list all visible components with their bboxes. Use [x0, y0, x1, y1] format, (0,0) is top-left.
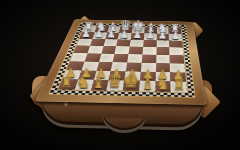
square-d8[interactable]: ♛: [119, 27, 132, 33]
square-d5[interactable]: [115, 46, 130, 54]
piece-black-pawn[interactable]: ♟: [133, 29, 142, 39]
square-f4[interactable]: [141, 54, 156, 62]
square-c8[interactable]: ♝: [107, 26, 121, 32]
square-e6[interactable]: [130, 40, 144, 47]
square-c5[interactable]: [101, 46, 116, 54]
piece-black-knight[interactable]: ♞: [96, 21, 107, 33]
piece-black-pawn[interactable]: ♟: [94, 29, 103, 39]
square-h5[interactable]: [169, 47, 183, 55]
piece-black-pawn[interactable]: ♟: [107, 29, 116, 39]
square-b7[interactable]: ♟: [92, 32, 107, 39]
square-c7[interactable]: ♟: [105, 32, 119, 39]
board-tilt: ♜♞♝♛♚♝♞♜♟♟♟♟♟♟♟♟♟♟♟♟♟♟♟♟♜♞♝♛♚♝♞♜: [0, 0, 240, 150]
square-f1[interactable]: ♝: [139, 81, 155, 92]
square-a7[interactable]: ♟: [79, 32, 94, 39]
square-f5[interactable]: [142, 47, 156, 55]
piece-black-knight[interactable]: ♞: [157, 22, 168, 34]
square-f8[interactable]: ♝: [144, 27, 157, 33]
square-a8[interactable]: ♜: [82, 26, 97, 32]
square-h7[interactable]: ♟: [169, 34, 182, 41]
piece-black-pawn[interactable]: ♟: [120, 29, 129, 39]
chess-set-photo: ♜♞♝♛♚♝♞♜♟♟♟♟♟♟♟♟♟♟♟♟♟♟♟♟♜♞♝♛♚♝♞♜: [0, 0, 240, 150]
square-e4[interactable]: [127, 54, 142, 62]
piece-white-king[interactable]: ♚: [122, 72, 139, 91]
chess-board-frame: ♜♞♝♛♚♝♞♜♟♟♟♟♟♟♟♟♟♟♟♟♟♟♟♟♜♞♝♛♚♝♞♜: [35, 19, 207, 105]
piece-black-pawn[interactable]: ♟: [81, 28, 90, 38]
piece-black-rook[interactable]: ♜: [84, 21, 94, 32]
piece-white-bishop[interactable]: ♝: [92, 75, 106, 91]
piece-black-pawn[interactable]: ♟: [158, 30, 167, 40]
square-b8[interactable]: ♞: [95, 26, 109, 32]
piece-black-rook[interactable]: ♜: [170, 23, 180, 34]
piece-white-rook[interactable]: ♜: [60, 76, 73, 90]
square-a5[interactable]: [73, 45, 89, 53]
perspective-wrap: ♜♞♝♛♚♝♞♜♟♟♟♟♟♟♟♟♟♟♟♟♟♟♟♟♜♞♝♛♚♝♞♜: [0, 0, 240, 150]
square-e5[interactable]: [128, 47, 142, 55]
square-b5[interactable]: [87, 46, 103, 54]
play-area: ♜♞♝♛♚♝♞♜♟♟♟♟♟♟♟♟♟♟♟♟♟♟♟♟♜♞♝♛♚♝♞♜: [57, 25, 188, 93]
square-a6[interactable]: [77, 38, 93, 45]
square-d7[interactable]: ♟: [118, 33, 132, 40]
square-e8[interactable]: ♚: [132, 27, 145, 33]
square-e1[interactable]: ♚: [123, 81, 140, 92]
square-e7[interactable]: ♟: [131, 33, 144, 40]
square-g1[interactable]: ♞: [155, 81, 171, 92]
square-a1[interactable]: ♜: [58, 79, 78, 90]
piece-black-bishop[interactable]: ♝: [145, 22, 156, 34]
square-d6[interactable]: [116, 39, 130, 46]
piece-black-queen[interactable]: ♛: [120, 19, 132, 33]
square-g5[interactable]: [156, 47, 170, 55]
square-g6[interactable]: [156, 40, 169, 47]
square-g8[interactable]: ♞: [157, 27, 169, 33]
square-h1[interactable]: ♜: [171, 82, 187, 93]
square-g7[interactable]: ♟: [156, 33, 169, 40]
piece-white-knight[interactable]: ♞: [76, 75, 90, 91]
square-f7[interactable]: ♟: [144, 33, 157, 40]
piece-black-pawn[interactable]: ♟: [171, 30, 180, 40]
square-c6[interactable]: [103, 39, 118, 46]
piece-white-bishop[interactable]: ♝: [140, 76, 154, 92]
square-f6[interactable]: [143, 40, 156, 47]
square-h6[interactable]: [169, 40, 183, 47]
piece-black-bishop[interactable]: ♝: [108, 21, 119, 33]
piece-black-pawn[interactable]: ♟: [145, 30, 154, 40]
piece-black-king[interactable]: ♚: [131, 19, 144, 34]
piece-white-queen[interactable]: ♛: [107, 73, 123, 91]
square-h8[interactable]: ♜: [169, 28, 182, 34]
square-b6[interactable]: [90, 39, 105, 46]
piece-white-knight[interactable]: ♞: [156, 76, 170, 92]
piece-white-rook[interactable]: ♜: [173, 78, 186, 92]
